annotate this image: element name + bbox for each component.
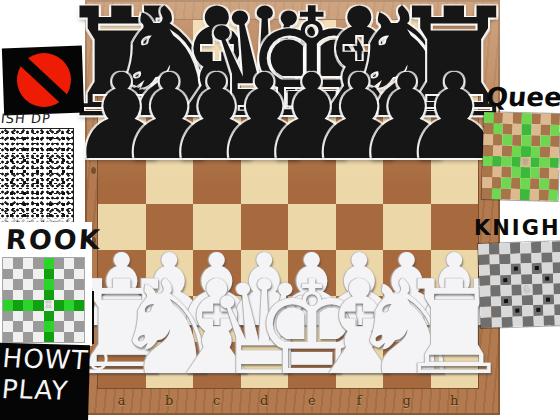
mini-square bbox=[3, 332, 13, 343]
mini-square bbox=[23, 311, 33, 322]
mini-square bbox=[491, 306, 502, 317]
mini-square bbox=[54, 279, 64, 290]
move-dot bbox=[504, 299, 508, 303]
mini-square bbox=[23, 258, 33, 269]
mini-square: ♕ bbox=[521, 156, 531, 167]
mini-square bbox=[550, 125, 560, 136]
mini-square bbox=[522, 295, 533, 306]
mini-square bbox=[479, 265, 490, 276]
mini-square bbox=[488, 243, 499, 254]
mini-square bbox=[530, 168, 540, 179]
mini-square bbox=[483, 155, 493, 166]
mini-square bbox=[74, 332, 84, 343]
mini-square bbox=[33, 279, 43, 290]
mini-square bbox=[502, 316, 513, 327]
mini-square bbox=[482, 188, 492, 199]
mini-square bbox=[544, 315, 555, 326]
mini-square bbox=[502, 145, 512, 156]
mini-square bbox=[484, 112, 494, 123]
mini-square bbox=[483, 134, 493, 145]
mini-square bbox=[500, 264, 511, 275]
mini-square bbox=[511, 167, 521, 178]
mini-square bbox=[554, 304, 560, 315]
mini-square bbox=[44, 332, 54, 343]
mini-square bbox=[543, 304, 554, 315]
mini-square bbox=[503, 112, 513, 123]
prohibition-slash bbox=[19, 57, 69, 105]
mini-square bbox=[520, 167, 530, 178]
mini-square bbox=[33, 290, 43, 301]
mini-square bbox=[33, 269, 43, 280]
mini-square bbox=[530, 146, 540, 157]
mini-square bbox=[480, 307, 491, 318]
mini-square bbox=[523, 316, 534, 327]
mini-square bbox=[482, 166, 492, 177]
mini-square bbox=[74, 311, 84, 322]
mini-square bbox=[64, 258, 74, 269]
mini-piece-icon: ♘ bbox=[522, 284, 531, 294]
mini-square bbox=[64, 332, 74, 343]
mini-square bbox=[550, 114, 560, 125]
queen-title: Queen bbox=[485, 82, 560, 112]
mini-square bbox=[552, 262, 560, 273]
move-dot bbox=[514, 267, 518, 271]
dithered-thumbnail[interactable]: abcdef bbox=[0, 128, 74, 226]
mini-square bbox=[74, 300, 84, 311]
mini-square bbox=[13, 332, 23, 343]
mini-square bbox=[512, 134, 522, 145]
mini-square bbox=[54, 321, 64, 332]
mini-square bbox=[512, 316, 523, 327]
prohibition-icon bbox=[16, 52, 72, 108]
mini-square bbox=[541, 113, 551, 124]
mini-square bbox=[521, 135, 531, 146]
mini-square bbox=[531, 252, 542, 263]
mini-square bbox=[483, 123, 493, 134]
mini-square bbox=[23, 269, 33, 280]
mini-square bbox=[532, 284, 543, 295]
mini-square bbox=[33, 332, 43, 343]
mini-square bbox=[64, 300, 74, 311]
mini-square bbox=[23, 321, 33, 332]
mini-square bbox=[23, 332, 33, 343]
mini-square bbox=[491, 188, 501, 199]
mini-square bbox=[540, 124, 550, 135]
mini-square bbox=[33, 258, 43, 269]
mini-square bbox=[529, 178, 539, 189]
mini-square bbox=[539, 179, 549, 190]
mini-square bbox=[489, 264, 500, 275]
howto-line2: PLAY bbox=[0, 374, 90, 408]
mini-square bbox=[33, 321, 43, 332]
mini-square bbox=[480, 296, 491, 307]
mini-square bbox=[549, 146, 559, 157]
mini-square bbox=[499, 243, 510, 254]
mini-square bbox=[531, 263, 542, 274]
mini-square bbox=[13, 290, 23, 301]
mini-square bbox=[3, 321, 13, 332]
mini-square bbox=[481, 317, 492, 328]
rook-moves-board: ♖ bbox=[3, 258, 84, 342]
mini-square bbox=[501, 189, 511, 200]
mini-square bbox=[479, 286, 490, 297]
mini-square bbox=[522, 305, 533, 316]
mini-square bbox=[552, 252, 560, 263]
mini-square bbox=[521, 263, 532, 274]
mini-square bbox=[3, 279, 13, 290]
mini-square bbox=[74, 279, 84, 290]
mini-square bbox=[542, 283, 553, 294]
knight-moves-board: ♘ bbox=[478, 241, 560, 328]
mini-square bbox=[13, 300, 23, 311]
mini-square bbox=[554, 315, 560, 326]
mini-square bbox=[501, 178, 511, 189]
mini-square bbox=[74, 290, 84, 301]
mini-square bbox=[511, 145, 521, 156]
mini-square bbox=[531, 135, 541, 146]
mini-square bbox=[532, 273, 543, 284]
mini-square bbox=[512, 124, 522, 135]
mini-square bbox=[44, 258, 54, 269]
mini-square bbox=[74, 269, 84, 280]
mini-square bbox=[74, 321, 84, 332]
mini-square bbox=[500, 274, 511, 285]
mini-square bbox=[44, 321, 54, 332]
mini-square bbox=[23, 279, 33, 290]
mini-square bbox=[548, 179, 558, 190]
mini-square bbox=[13, 258, 23, 269]
mini-square bbox=[520, 253, 531, 264]
mini-square bbox=[512, 113, 522, 124]
mini-square: ♘ bbox=[521, 284, 532, 295]
mini-square bbox=[13, 279, 23, 290]
mini-square bbox=[500, 285, 511, 296]
mini-square: ♖ bbox=[44, 300, 54, 311]
mini-square bbox=[3, 300, 13, 311]
mini-piece-icon: ♖ bbox=[44, 300, 53, 310]
mini-square bbox=[511, 285, 522, 296]
scribble-text: ISH DP bbox=[0, 111, 82, 126]
mini-square bbox=[540, 146, 550, 157]
mini-square bbox=[521, 124, 531, 135]
mini-square bbox=[550, 135, 560, 146]
mini-square bbox=[531, 113, 541, 124]
mini-square bbox=[54, 332, 64, 343]
mini-square bbox=[521, 146, 531, 157]
mini-square bbox=[492, 156, 502, 167]
mini-square bbox=[23, 300, 33, 311]
mini-square bbox=[520, 242, 531, 253]
mini-square bbox=[553, 294, 560, 305]
mini-square bbox=[54, 311, 64, 322]
mini-square bbox=[489, 254, 500, 265]
mini-square bbox=[483, 145, 493, 156]
mini-square bbox=[492, 145, 502, 156]
mini-square bbox=[33, 311, 43, 322]
mini-square bbox=[510, 178, 520, 189]
mini-square bbox=[64, 311, 74, 322]
how-to-play-button[interactable]: HOWTO PLAY bbox=[0, 343, 90, 420]
mini-square bbox=[493, 134, 503, 145]
mini-square bbox=[530, 157, 540, 168]
mini-square bbox=[529, 189, 539, 200]
mini-square bbox=[491, 317, 502, 328]
mini-square bbox=[543, 294, 554, 305]
mini-square bbox=[510, 189, 520, 200]
mini-square bbox=[3, 258, 13, 269]
mini-square bbox=[549, 157, 559, 168]
mini-square bbox=[549, 168, 559, 179]
queen-moves-board: ♕ bbox=[482, 112, 560, 201]
mini-square bbox=[490, 285, 501, 296]
mini-square bbox=[551, 241, 560, 252]
howto-line1: HOWTO bbox=[0, 343, 91, 377]
mini-square bbox=[499, 253, 510, 264]
mini-square bbox=[510, 264, 521, 275]
mini-square bbox=[64, 269, 74, 280]
mini-square bbox=[3, 290, 13, 301]
mini-square bbox=[510, 253, 521, 264]
move-dot bbox=[545, 276, 549, 280]
mini-square bbox=[64, 279, 74, 290]
move-dot bbox=[546, 297, 550, 301]
mini-square bbox=[64, 321, 74, 332]
mini-square bbox=[54, 269, 64, 280]
mini-square bbox=[13, 321, 23, 332]
mini-square bbox=[548, 190, 558, 201]
move-dot bbox=[503, 278, 507, 282]
mini-square bbox=[553, 273, 560, 284]
mini-square bbox=[533, 305, 544, 316]
mini-square bbox=[478, 254, 489, 265]
mini-square bbox=[553, 283, 560, 294]
mini-square bbox=[54, 290, 64, 301]
mini-square bbox=[64, 290, 74, 301]
mini-square bbox=[542, 273, 553, 284]
mini-square bbox=[512, 305, 523, 316]
mini-square bbox=[539, 190, 549, 201]
mini-square bbox=[501, 295, 512, 306]
mini-square bbox=[502, 123, 512, 134]
mini-square bbox=[501, 167, 511, 178]
mini-square bbox=[502, 156, 512, 167]
mini-square bbox=[74, 258, 84, 269]
mini-square bbox=[44, 269, 54, 280]
mini-piece-icon: ♕ bbox=[521, 157, 529, 166]
mini-square bbox=[33, 300, 43, 311]
mini-square bbox=[13, 311, 23, 322]
mini-square bbox=[541, 252, 552, 263]
mini-square bbox=[530, 242, 541, 253]
mini-square bbox=[532, 294, 543, 305]
mini-square bbox=[520, 178, 530, 189]
mini-square bbox=[509, 243, 520, 254]
mini-square bbox=[531, 124, 541, 135]
mini-square bbox=[3, 311, 13, 322]
move-dot bbox=[515, 309, 519, 313]
mini-square bbox=[3, 269, 13, 280]
mini-square bbox=[479, 275, 490, 286]
mini-square bbox=[533, 315, 544, 326]
mini-square bbox=[490, 275, 501, 286]
mini-square bbox=[492, 167, 502, 178]
mini-square bbox=[493, 112, 503, 123]
mini-square bbox=[490, 296, 501, 307]
mini-square bbox=[501, 306, 512, 317]
mini-square bbox=[44, 311, 54, 322]
knight-title: KNIGHT bbox=[474, 216, 560, 240]
mini-square bbox=[492, 177, 502, 188]
mini-square bbox=[23, 290, 33, 301]
move-dot bbox=[536, 308, 540, 312]
move-dot bbox=[535, 266, 539, 270]
mini-square bbox=[54, 258, 64, 269]
no-sign-button[interactable] bbox=[2, 46, 84, 116]
mini-square bbox=[540, 157, 550, 168]
mini-square bbox=[502, 134, 512, 145]
mini-square bbox=[522, 113, 532, 124]
mini-square bbox=[520, 189, 530, 200]
mini-square bbox=[511, 274, 522, 285]
mini-square bbox=[539, 168, 549, 179]
mini-square bbox=[482, 177, 492, 188]
mini-square bbox=[542, 262, 553, 273]
mini-square bbox=[541, 241, 552, 252]
mini-square bbox=[44, 279, 54, 290]
rook-title: ROOK bbox=[5, 224, 103, 255]
mini-square bbox=[478, 244, 489, 255]
mini-square bbox=[540, 135, 550, 146]
mini-square bbox=[493, 123, 503, 134]
mini-square bbox=[511, 295, 522, 306]
mini-square bbox=[13, 269, 23, 280]
mini-square bbox=[54, 300, 64, 311]
mini-square bbox=[511, 156, 521, 167]
